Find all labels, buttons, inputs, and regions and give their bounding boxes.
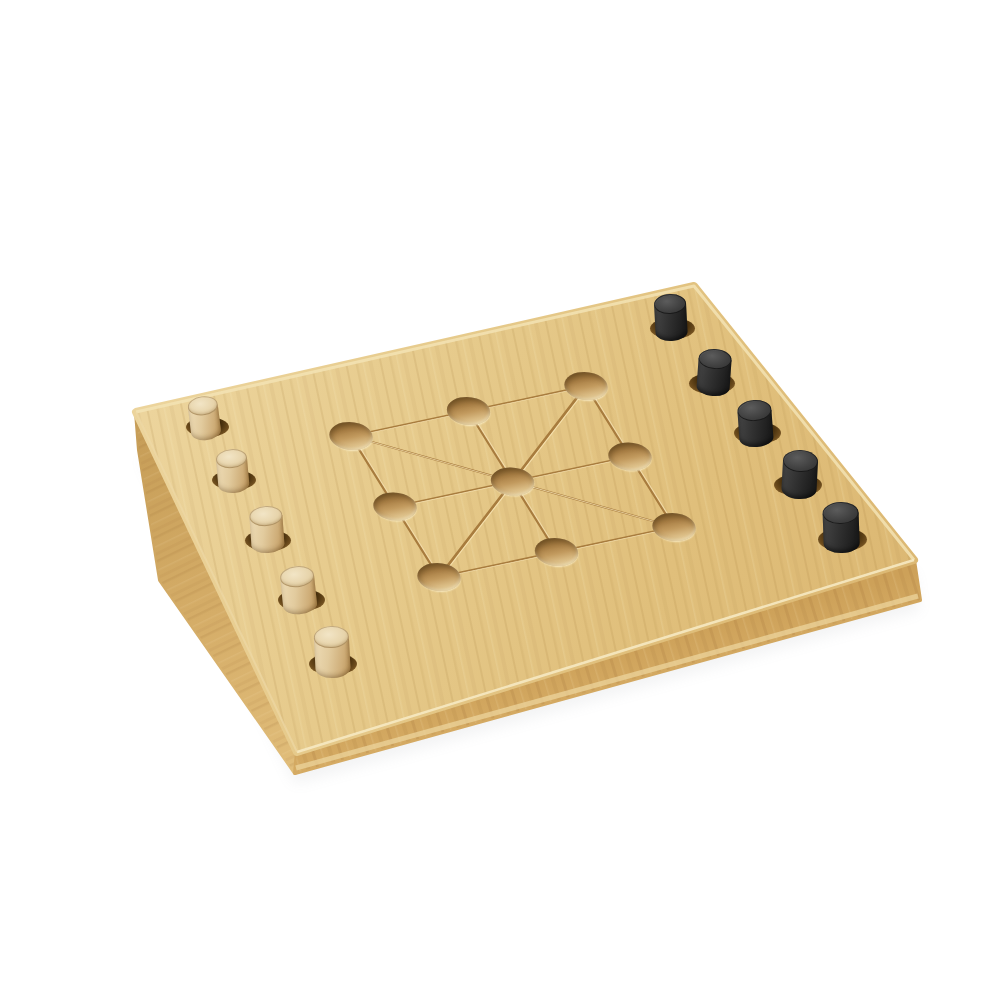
white-peg[interactable]: [187, 394, 222, 441]
grid-divot: [558, 368, 615, 403]
grid-divot: [484, 464, 541, 499]
grid-divot: [602, 439, 659, 474]
grid-divot: [411, 559, 468, 594]
board-photo-scene: [0, 0, 1000, 1000]
white-peg[interactable]: [215, 447, 250, 494]
white-peg[interactable]: [248, 505, 284, 554]
grid-divot: [440, 393, 497, 428]
grid-divot: [528, 534, 585, 569]
black-peg[interactable]: [696, 348, 732, 397]
black-peg[interactable]: [737, 398, 774, 447]
white-peg[interactable]: [313, 625, 351, 679]
black-peg[interactable]: [822, 501, 860, 553]
black-peg[interactable]: [654, 293, 688, 342]
grid-divot: [646, 509, 703, 544]
grid-divot: [367, 489, 424, 524]
black-peg[interactable]: [781, 449, 819, 500]
white-peg[interactable]: [279, 564, 318, 615]
grid-divot: [323, 418, 380, 453]
